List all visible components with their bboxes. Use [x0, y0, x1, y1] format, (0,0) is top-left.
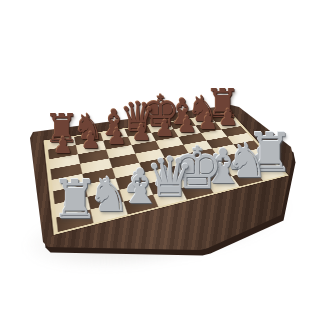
piece-copper-pawn-g7[interactable]: ♟: [198, 109, 218, 132]
piece-copper-pawn-d7[interactable]: ♟: [131, 120, 151, 143]
piece-copper-pawn-a7[interactable]: ♟: [53, 134, 73, 157]
piece-copper-pawn-c7[interactable]: ♟: [107, 125, 127, 148]
piece-pewter-rook-a1[interactable]: ♜: [51, 174, 99, 227]
product-photo-stage: ♜♞♝♛♚♝♞♜♟♟♟♟♟♟♟♟♟♟♟♟♟♟♟♟♜♞♝♛♚♝♞♜: [0, 0, 330, 330]
piece-copper-pawn-h7[interactable]: ♟: [218, 106, 238, 129]
piece-copper-pawn-b7[interactable]: ♟: [81, 129, 101, 152]
piece-copper-pawn-f7[interactable]: ♟: [177, 113, 197, 136]
